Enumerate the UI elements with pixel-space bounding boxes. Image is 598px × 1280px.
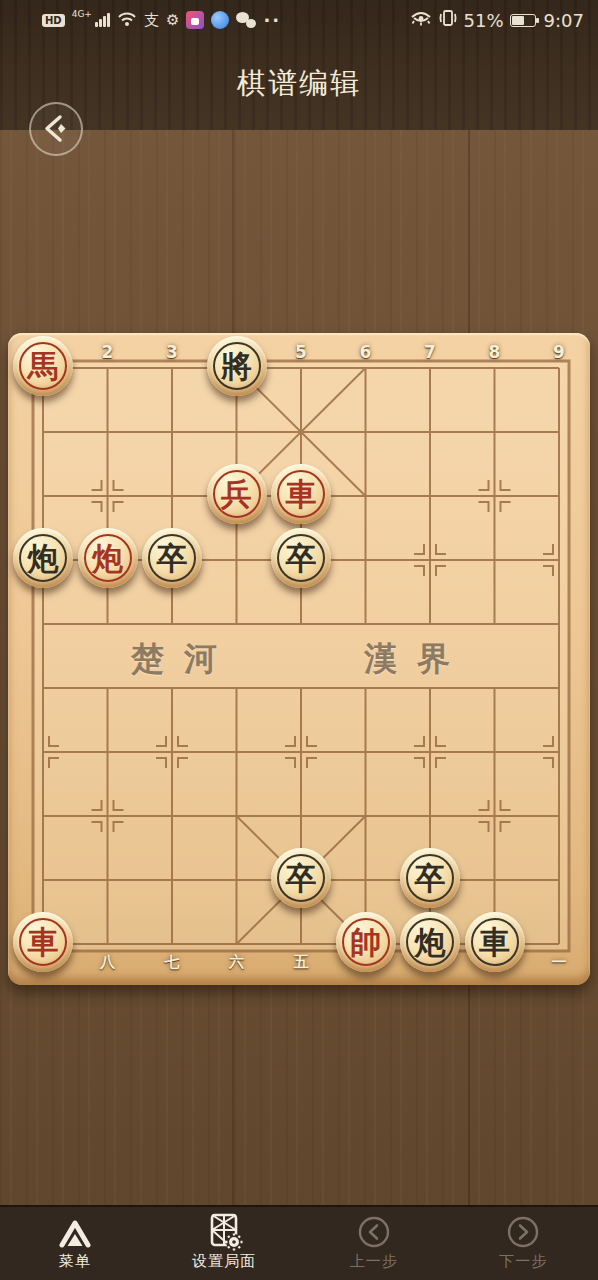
piece-glyph: 卒 xyxy=(415,863,446,894)
network-type-label: 4G+ xyxy=(72,9,92,19)
piece-glyph: 將 xyxy=(221,351,252,382)
file-label-top: 5 xyxy=(281,342,321,362)
menu-icon xyxy=(55,1213,95,1251)
piece-red-horse[interactable]: 馬 xyxy=(13,336,73,396)
file-label-bottom: 八 xyxy=(88,953,128,972)
piece-black-soldier-b[interactable]: 卒 xyxy=(271,528,331,588)
file-label-bottom: 一 xyxy=(539,953,579,972)
gear-icon: ⚙ xyxy=(166,11,179,29)
piece-glyph: 炮 xyxy=(28,543,59,574)
piece-glyph: 炮 xyxy=(92,543,123,574)
eye-comfort-icon xyxy=(410,10,432,31)
piece-red-chariot-top[interactable]: 車 xyxy=(271,464,331,524)
file-label-top: 9 xyxy=(539,342,579,362)
clock-label: 9:07 xyxy=(544,10,584,31)
chevron-left-circle-icon xyxy=(357,1213,391,1251)
back-arrow-icon xyxy=(31,104,80,153)
piece-red-cannon[interactable]: 炮 xyxy=(78,528,138,588)
bottom-nav: 菜单 设置局面 xyxy=(0,1205,598,1280)
piece-black-chariot[interactable]: 車 xyxy=(465,912,525,972)
file-label-top: 7 xyxy=(410,342,450,362)
piece-glyph: 卒 xyxy=(157,543,188,574)
river-label-left: 楚河 xyxy=(131,637,237,682)
piece-black-general[interactable]: 將 xyxy=(207,336,267,396)
piece-glyph: 卒 xyxy=(286,863,317,894)
piece-black-soldier-d[interactable]: 卒 xyxy=(400,848,460,908)
piece-glyph: 車 xyxy=(28,927,59,958)
file-label-top: 2 xyxy=(88,342,128,362)
battery-icon xyxy=(510,14,536,27)
alipay-icon: 支 xyxy=(144,11,159,30)
nav-setup-position-button[interactable]: 设置局面 xyxy=(150,1207,300,1280)
hd-icon: HD xyxy=(42,14,65,27)
nav-next-step-button[interactable]: 下一步 xyxy=(449,1207,598,1280)
nav-previous-step-label: 上一步 xyxy=(350,1252,398,1271)
board-setup-icon xyxy=(203,1213,245,1251)
title-bar: 棋谱编辑 xyxy=(0,40,598,130)
chevron-right-circle-icon xyxy=(506,1213,540,1251)
piece-glyph: 兵 xyxy=(221,479,252,510)
piece-red-general[interactable]: 帥 xyxy=(336,912,396,972)
vibrate-icon xyxy=(438,9,458,31)
piece-glyph: 車 xyxy=(286,479,317,510)
piece-glyph: 卒 xyxy=(286,543,317,574)
piece-glyph: 帥 xyxy=(350,927,381,958)
piece-red-soldier[interactable]: 兵 xyxy=(207,464,267,524)
app-notification-icon xyxy=(186,11,204,29)
piece-black-soldier-c[interactable]: 卒 xyxy=(271,848,331,908)
nav-next-step-label: 下一步 xyxy=(499,1252,547,1271)
wifi-icon xyxy=(117,10,137,31)
piece-black-soldier-a[interactable]: 卒 xyxy=(142,528,202,588)
app-screen: HD 4G+ 支 ⚙ ·· xyxy=(0,0,598,1280)
more-notifications-icon: ·· xyxy=(263,10,281,31)
file-label-bottom: 五 xyxy=(281,953,321,972)
browser-notification-icon xyxy=(211,11,229,29)
piece-black-cannon-right[interactable]: 炮 xyxy=(400,912,460,972)
xiangqi-board[interactable]: 楚河 漢界 2356789八七六五一馬將兵車炮炮卒卒卒卒車帥炮車 xyxy=(8,333,590,985)
nav-previous-step-button[interactable]: 上一步 xyxy=(299,1207,449,1280)
battery-percent-label: 51% xyxy=(464,10,504,31)
wechat-notification-icon xyxy=(236,12,256,28)
piece-glyph: 馬 xyxy=(28,351,59,382)
nav-menu-label: 菜单 xyxy=(59,1252,91,1271)
status-bar: HD 4G+ 支 ⚙ ·· xyxy=(0,0,598,40)
signal-icon xyxy=(95,13,110,27)
file-label-bottom: 七 xyxy=(152,953,192,972)
piece-glyph: 炮 xyxy=(415,927,446,958)
nav-menu-button[interactable]: 菜单 xyxy=(0,1207,150,1280)
piece-glyph: 車 xyxy=(479,927,510,958)
piece-black-cannon-left[interactable]: 炮 xyxy=(13,528,73,588)
nav-setup-position-label: 设置局面 xyxy=(192,1252,256,1271)
file-label-top: 8 xyxy=(475,342,515,362)
piece-red-chariot-bottom[interactable]: 車 xyxy=(13,912,73,972)
header: HD 4G+ 支 ⚙ ·· xyxy=(0,0,598,130)
back-button[interactable] xyxy=(29,102,83,156)
page-title: 棋谱编辑 xyxy=(0,64,598,104)
river-label-right: 漢界 xyxy=(364,637,470,682)
file-label-bottom: 六 xyxy=(217,953,257,972)
file-label-top: 6 xyxy=(346,342,386,362)
file-label-top: 3 xyxy=(152,342,192,362)
